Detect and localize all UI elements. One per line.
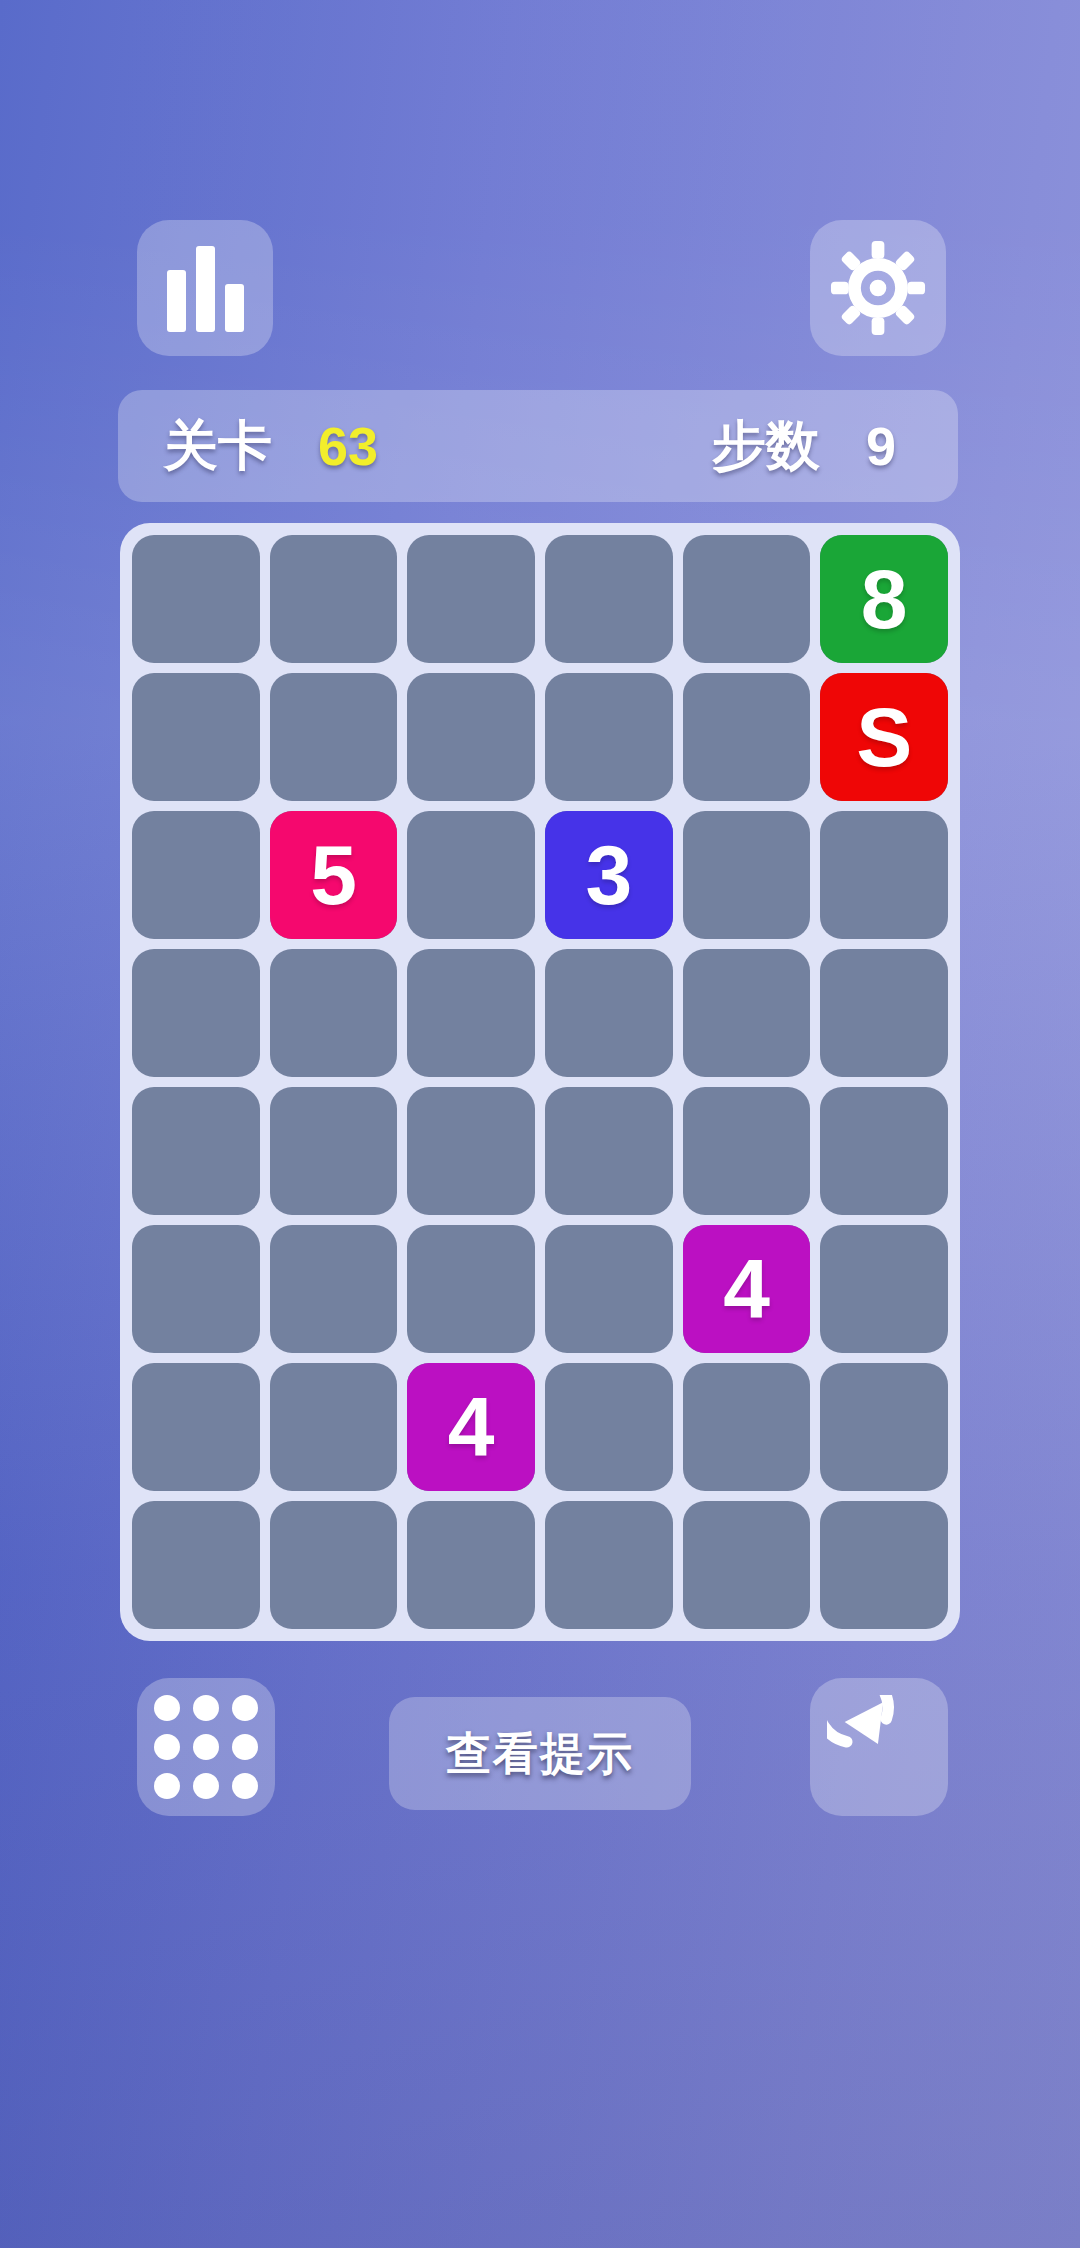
level-value: 63 — [318, 415, 378, 477]
board: 8S5344 — [120, 523, 960, 1641]
board-cell-r3c5 — [683, 811, 811, 939]
board-cell-r1c4 — [545, 535, 673, 663]
board-cell-r5c6 — [820, 1087, 948, 1215]
board-cell-r3c1 — [132, 811, 260, 939]
board-cell-r4c1 — [132, 949, 260, 1077]
stats-button[interactable] — [137, 220, 273, 356]
level-group: 关卡 63 — [164, 410, 378, 483]
tile-4[interactable]: 4 — [683, 1225, 811, 1353]
bar-chart-icon — [167, 244, 244, 332]
bar-chart-bar — [196, 246, 215, 332]
board-cell-r6c5: 4 — [683, 1225, 811, 1353]
hint-button[interactable]: 查看提示 — [389, 1697, 691, 1810]
board-cell-r7c4 — [545, 1363, 673, 1491]
board-cell-r6c2 — [270, 1225, 398, 1353]
level-select-button[interactable] — [137, 1678, 275, 1816]
tile-5[interactable]: 5 — [270, 811, 398, 939]
board-cell-r3c4: 3 — [545, 811, 673, 939]
grid-dots-icon — [154, 1695, 258, 1799]
bar-chart-bar — [167, 270, 186, 332]
board-cell-r4c2 — [270, 949, 398, 1077]
tile-3[interactable]: 3 — [545, 811, 673, 939]
board-cell-r3c2: 5 — [270, 811, 398, 939]
board-cell-r8c5 — [683, 1501, 811, 1629]
board-cell-r3c3 — [407, 811, 535, 939]
board-cell-r4c6 — [820, 949, 948, 1077]
bar-chart-bar — [225, 284, 244, 332]
gear-icon — [829, 239, 927, 337]
board-cell-r4c4 — [545, 949, 673, 1077]
board-cell-r6c4 — [545, 1225, 673, 1353]
steps-value: 9 — [866, 415, 896, 477]
board-cell-r7c6 — [820, 1363, 948, 1491]
steps-group: 步数 9 — [712, 410, 896, 483]
board-cell-r1c6: 8 — [820, 535, 948, 663]
board-cell-r6c1 — [132, 1225, 260, 1353]
board-cell-r1c2 — [270, 535, 398, 663]
tile-4[interactable]: 4 — [407, 1363, 535, 1491]
settings-button[interactable] — [810, 220, 946, 356]
restart-arrow-icon — [827, 1695, 931, 1799]
board-cell-r5c5 — [683, 1087, 811, 1215]
hint-button-label: 查看提示 — [446, 1724, 634, 1784]
level-label: 关卡 — [164, 410, 272, 483]
tile-8[interactable]: 8 — [820, 535, 948, 663]
status-bar: 关卡 63 步数 9 — [118, 390, 958, 502]
board-cell-r8c4 — [545, 1501, 673, 1629]
board-cell-r1c1 — [132, 535, 260, 663]
board-cell-r2c2 — [270, 673, 398, 801]
board-cell-r2c4 — [545, 673, 673, 801]
board-cell-r5c3 — [407, 1087, 535, 1215]
board-cell-r7c2 — [270, 1363, 398, 1491]
board-cell-r8c1 — [132, 1501, 260, 1629]
board-cell-r2c3 — [407, 673, 535, 801]
board-cell-r6c6 — [820, 1225, 948, 1353]
board-cell-r5c1 — [132, 1087, 260, 1215]
board-cell-r7c5 — [683, 1363, 811, 1491]
board-cell-r1c3 — [407, 535, 535, 663]
board-cell-r2c5 — [683, 673, 811, 801]
board-cell-r7c1 — [132, 1363, 260, 1491]
board-cell-r8c2 — [270, 1501, 398, 1629]
board-cell-r6c3 — [407, 1225, 535, 1353]
board-cell-r2c1 — [132, 673, 260, 801]
board-cell-r5c4 — [545, 1087, 673, 1215]
board-cell-r8c3 — [407, 1501, 535, 1629]
board-cell-r8c6 — [820, 1501, 948, 1629]
board-cell-r3c6 — [820, 811, 948, 939]
board-cell-r2c6: S — [820, 673, 948, 801]
board-cell-r1c5 — [683, 535, 811, 663]
tile-S[interactable]: S — [820, 673, 948, 801]
board-cell-r4c3 — [407, 949, 535, 1077]
board-cell-r4c5 — [683, 949, 811, 1077]
board-cell-r7c3: 4 — [407, 1363, 535, 1491]
board-cell-r5c2 — [270, 1087, 398, 1215]
restart-button[interactable] — [810, 1678, 948, 1816]
steps-label: 步数 — [712, 410, 820, 483]
